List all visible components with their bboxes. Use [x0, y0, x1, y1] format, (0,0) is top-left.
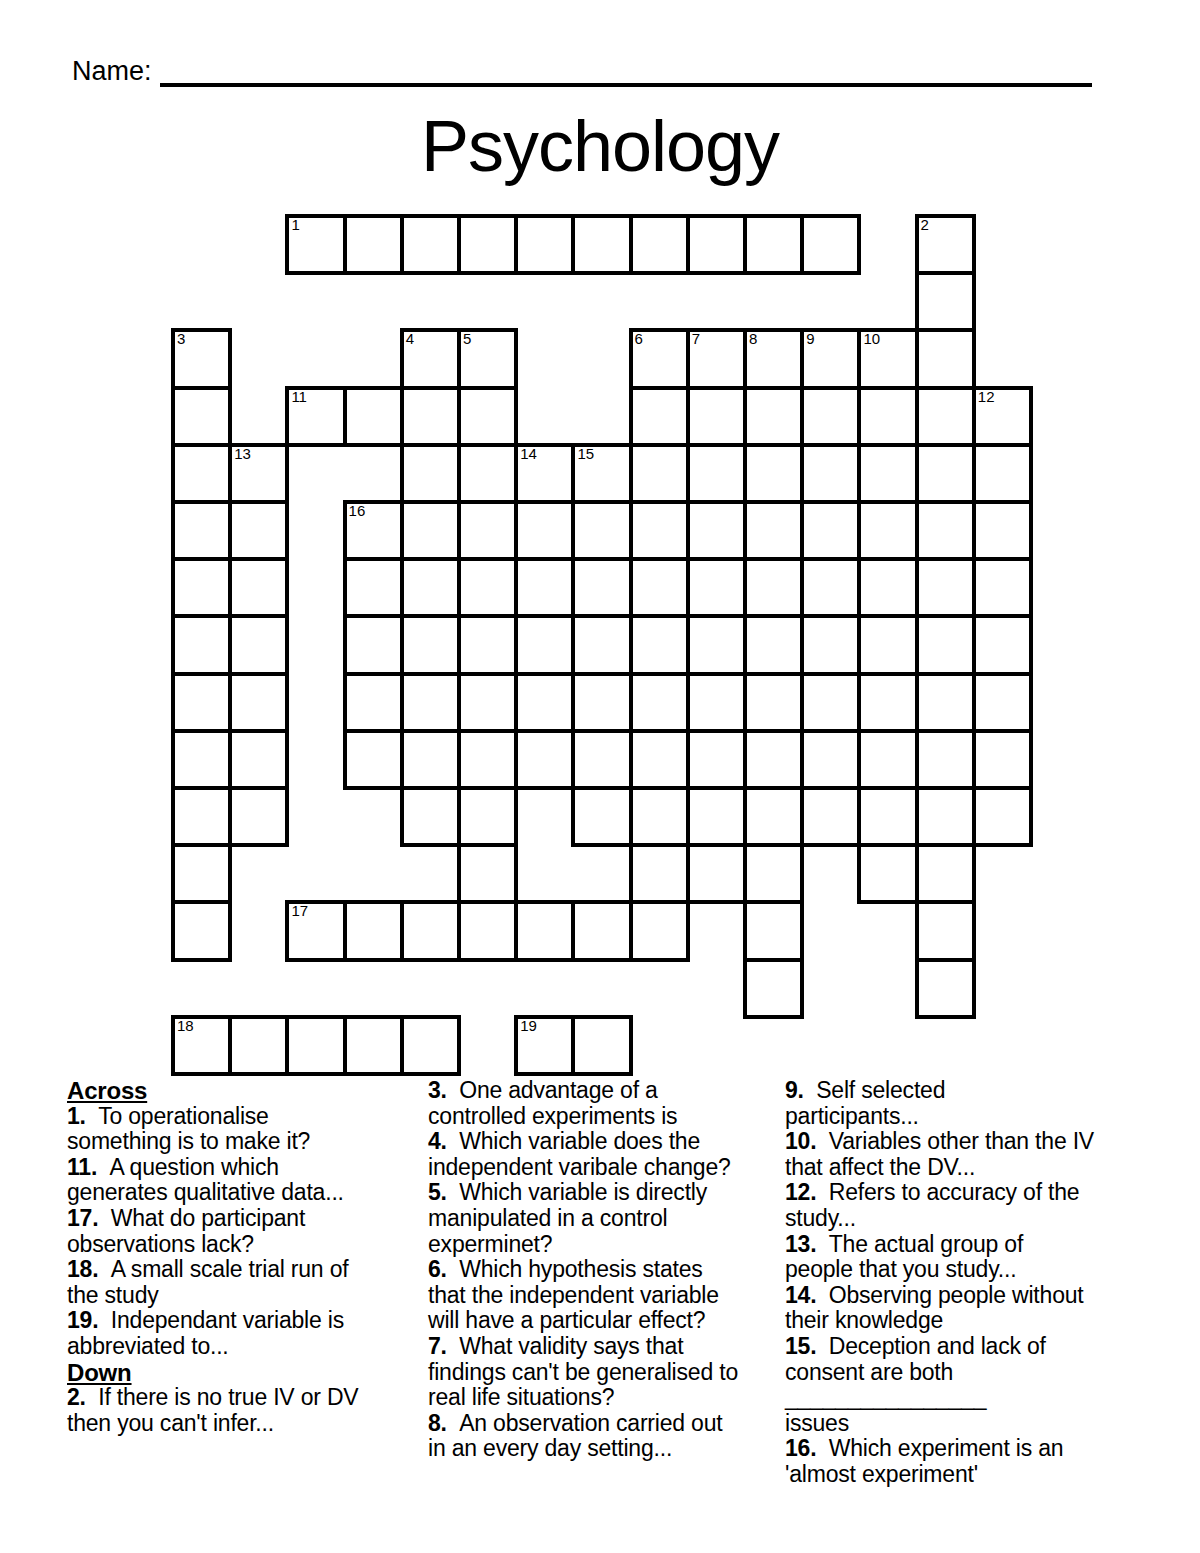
- grid-cell-r4c6[interactable]: 14: [514, 443, 575, 504]
- grid-cell-r2c13[interactable]: [915, 328, 976, 389]
- clue-number-label: 3.: [428, 1077, 447, 1103]
- grid-cell-r5c14[interactable]: [972, 500, 1033, 561]
- clues-heading-across: Across: [67, 1078, 422, 1104]
- grid-cell-r7c14[interactable]: [972, 614, 1033, 675]
- grid-cell-r8c11[interactable]: [800, 672, 861, 733]
- clue-text: What validity says that findings can't b…: [428, 1333, 738, 1410]
- grid-cell-r5c13[interactable]: [915, 500, 976, 561]
- grid-cell-r5c4[interactable]: [400, 500, 461, 561]
- cell-number-14: 14: [520, 445, 537, 463]
- grid-cell-r12c2[interactable]: 17: [285, 900, 346, 961]
- clue-text: A question which generates qualitative d…: [67, 1154, 344, 1206]
- cell-number-7: 7: [692, 330, 700, 348]
- cell-number-17: 17: [291, 902, 308, 920]
- grid-cell-r8c9[interactable]: [686, 672, 747, 733]
- grid-cell-r6c9[interactable]: [686, 557, 747, 618]
- cell-number-4: 4: [406, 330, 414, 348]
- clue-text: A small scale trial run of the study: [67, 1256, 348, 1308]
- grid-cell-r0c5[interactable]: [457, 214, 518, 275]
- clue-text: An observation carried out in an every d…: [428, 1410, 722, 1462]
- grid-cell-r8c14[interactable]: [972, 672, 1033, 733]
- grid-cell-r2c8[interactable]: 6: [629, 328, 690, 389]
- grid-cell-r5c3[interactable]: 16: [343, 500, 404, 561]
- grid-cell-r12c10[interactable]: [743, 900, 804, 961]
- clue-column-1: Across1. To operationalise something is …: [67, 1078, 422, 1436]
- grid-cell-r8c4[interactable]: [400, 672, 461, 733]
- grid-cell-r6c0[interactable]: [171, 557, 232, 618]
- grid-cell-r7c12[interactable]: [857, 614, 918, 675]
- cell-number-5: 5: [463, 330, 471, 348]
- grid-cell-r6c4[interactable]: [400, 557, 461, 618]
- grid-cell-r6c12[interactable]: [857, 557, 918, 618]
- grid-cell-r12c0[interactable]: [171, 900, 232, 961]
- grid-cell-r2c0[interactable]: 3: [171, 328, 232, 389]
- grid-cell-r9c4[interactable]: [400, 729, 461, 790]
- grid-cell-r4c10[interactable]: [743, 443, 804, 504]
- clue-text: One advantage of a controlled experiment…: [428, 1077, 677, 1129]
- grid-cell-r9c0[interactable]: [171, 729, 232, 790]
- worksheet-page: Name: Psychology 12345678910111213141516…: [0, 0, 1200, 1553]
- clue-down-7: 7. What validity says that findings can'…: [428, 1334, 778, 1411]
- grid-cell-r8c7[interactable]: [571, 672, 632, 733]
- clue-down-14: 14. Observing people without their knowl…: [785, 1283, 1160, 1334]
- clue-number-label: 5.: [428, 1179, 447, 1205]
- grid-cell-r6c14[interactable]: [972, 557, 1033, 618]
- grid-cell-r7c4[interactable]: [400, 614, 461, 675]
- grid-cell-r11c12[interactable]: [857, 843, 918, 904]
- clue-number-label: 9.: [785, 1077, 804, 1103]
- grid-cell-r3c12[interactable]: [857, 386, 918, 447]
- clue-across-1: 1. To operationalise something is to mak…: [67, 1104, 422, 1155]
- name-field: Name:: [72, 50, 1092, 87]
- grid-cell-r3c9[interactable]: [686, 386, 747, 447]
- clue-down-15: 15. Deception and lack of consent are bo…: [785, 1334, 1160, 1436]
- grid-cell-r12c7[interactable]: [571, 900, 632, 961]
- grid-cell-r14c7[interactable]: [571, 1015, 632, 1076]
- grid-cell-r3c4[interactable]: [400, 386, 461, 447]
- grid-cell-r5c9[interactable]: [686, 500, 747, 561]
- grid-cell-r4c0[interactable]: [171, 443, 232, 504]
- grid-cell-r4c13[interactable]: [915, 443, 976, 504]
- grid-cell-r3c14[interactable]: 12: [972, 386, 1033, 447]
- clue-text: To operationalise something is to make i…: [67, 1103, 310, 1155]
- grid-cell-r4c4[interactable]: [400, 443, 461, 504]
- grid-cell-r7c1[interactable]: [228, 614, 289, 675]
- grid-cell-r7c6[interactable]: [514, 614, 575, 675]
- clue-text: Refers to accuracy of the study...: [785, 1179, 1079, 1231]
- grid-cell-r8c5[interactable]: [457, 672, 518, 733]
- grid-cell-r0c2[interactable]: 1: [285, 214, 346, 275]
- name-input-line[interactable]: [160, 50, 1092, 87]
- clue-across-11: 11. A question which generates qualitati…: [67, 1155, 422, 1206]
- grid-cell-r9c5[interactable]: [457, 729, 518, 790]
- cell-number-15: 15: [577, 445, 594, 463]
- grid-cell-r11c0[interactable]: [171, 843, 232, 904]
- grid-cell-r10c12[interactable]: [857, 786, 918, 847]
- grid-cell-r4c8[interactable]: [629, 443, 690, 504]
- grid-cell-r0c9[interactable]: [686, 214, 747, 275]
- grid-cell-r9c6[interactable]: [514, 729, 575, 790]
- grid-cell-r10c14[interactable]: [972, 786, 1033, 847]
- clue-text: Independant variable is abbreviated to..…: [67, 1307, 344, 1359]
- grid-cell-r8c13[interactable]: [915, 672, 976, 733]
- grid-cell-r4c14[interactable]: [972, 443, 1033, 504]
- grid-cell-r2c10[interactable]: 8: [743, 328, 804, 389]
- grid-cell-r4c11[interactable]: [800, 443, 861, 504]
- grid-cell-r7c7[interactable]: [571, 614, 632, 675]
- cell-number-1: 1: [291, 216, 299, 234]
- clue-text: Variables other than the IV that affect …: [785, 1128, 1094, 1180]
- grid-cell-r1c13[interactable]: [915, 271, 976, 332]
- clue-text: The actual group of people that you stud…: [785, 1231, 1023, 1283]
- clue-number-label: 14.: [785, 1282, 816, 1308]
- cell-number-12: 12: [978, 388, 995, 406]
- grid-cell-r10c1[interactable]: [228, 786, 289, 847]
- grid-cell-r9c3[interactable]: [343, 729, 404, 790]
- clue-number-label: 10.: [785, 1128, 816, 1154]
- cell-number-2: 2: [921, 216, 929, 234]
- grid-cell-r12c5[interactable]: [457, 900, 518, 961]
- clue-across-19: 19. Independant variable is abbreviated …: [67, 1308, 422, 1359]
- grid-cell-r10c11[interactable]: [800, 786, 861, 847]
- grid-cell-r8c0[interactable]: [171, 672, 232, 733]
- clue-down-4: 4. Which variable does the independent v…: [428, 1129, 778, 1180]
- grid-cell-r8c10[interactable]: [743, 672, 804, 733]
- grid-cell-r6c10[interactable]: [743, 557, 804, 618]
- grid-cell-r5c12[interactable]: [857, 500, 918, 561]
- clue-down-6: 6. Which hypothesis states that the inde…: [428, 1257, 778, 1334]
- clue-text: Observing people without their knowledge: [785, 1282, 1084, 1334]
- clue-number-label: 1.: [67, 1103, 86, 1129]
- clue-down-16: 16. Which experiment is an 'almost exper…: [785, 1436, 1160, 1487]
- clue-number-label: 6.: [428, 1256, 447, 1282]
- cell-number-3: 3: [177, 330, 185, 348]
- grid-cell-r11c9[interactable]: [686, 843, 747, 904]
- grid-cell-r13c10[interactable]: [743, 958, 804, 1019]
- grid-cell-r14c3[interactable]: [343, 1015, 404, 1076]
- clue-down-9: 9. Self selected participants...: [785, 1078, 1160, 1129]
- clue-column-2: 3. One advantage of a controlled experim…: [428, 1078, 778, 1462]
- grid-cell-r3c10[interactable]: [743, 386, 804, 447]
- clue-number-label: 17.: [67, 1205, 98, 1231]
- grid-cell-r0c10[interactable]: [743, 214, 804, 275]
- grid-cell-r7c0[interactable]: [171, 614, 232, 675]
- grid-cell-r6c5[interactable]: [457, 557, 518, 618]
- grid-cell-r10c0[interactable]: [171, 786, 232, 847]
- grid-cell-r8c12[interactable]: [857, 672, 918, 733]
- grid-cell-r4c12[interactable]: [857, 443, 918, 504]
- clue-text: What do participant observations lack?: [67, 1205, 305, 1257]
- grid-cell-r3c8[interactable]: [629, 386, 690, 447]
- grid-cell-r5c1[interactable]: [228, 500, 289, 561]
- clue-number-label: 19.: [67, 1307, 98, 1333]
- grid-cell-r7c11[interactable]: [800, 614, 861, 675]
- grid-cell-r9c12[interactable]: [857, 729, 918, 790]
- grid-cell-r12c6[interactable]: [514, 900, 575, 961]
- clue-across-18: 18. A small scale trial run of the study: [67, 1257, 422, 1308]
- grid-cell-r3c13[interactable]: [915, 386, 976, 447]
- grid-cell-r5c6[interactable]: [514, 500, 575, 561]
- grid-cell-r7c8[interactable]: [629, 614, 690, 675]
- clue-text: Which variable does the independent vari…: [428, 1128, 731, 1180]
- grid-cell-r6c13[interactable]: [915, 557, 976, 618]
- grid-cell-r6c8[interactable]: [629, 557, 690, 618]
- grid-cell-r6c11[interactable]: [800, 557, 861, 618]
- cell-number-8: 8: [749, 330, 757, 348]
- grid-cell-r6c7[interactable]: [571, 557, 632, 618]
- grid-cell-r12c4[interactable]: [400, 900, 461, 961]
- grid-cell-r8c6[interactable]: [514, 672, 575, 733]
- grid-cell-r5c8[interactable]: [629, 500, 690, 561]
- grid-cell-r0c13[interactable]: 2: [915, 214, 976, 275]
- grid-cell-r5c10[interactable]: [743, 500, 804, 561]
- grid-cell-r3c5[interactable]: [457, 386, 518, 447]
- grid-cell-r10c8[interactable]: [629, 786, 690, 847]
- clue-down-8: 8. An observation carried out in an ever…: [428, 1411, 778, 1462]
- cell-number-11: 11: [291, 388, 307, 406]
- grid-cell-r9c1[interactable]: [228, 729, 289, 790]
- clue-down-12: 12. Refers to accuracy of the study...: [785, 1180, 1160, 1231]
- grid-cell-r6c1[interactable]: [228, 557, 289, 618]
- grid-cell-r12c13[interactable]: [915, 900, 976, 961]
- grid-cell-r8c3[interactable]: [343, 672, 404, 733]
- grid-cell-r0c11[interactable]: [800, 214, 861, 275]
- clue-number-label: 7.: [428, 1333, 447, 1359]
- grid-cell-r14c2[interactable]: [285, 1015, 346, 1076]
- grid-cell-r0c7[interactable]: [571, 214, 632, 275]
- grid-cell-r0c3[interactable]: [343, 214, 404, 275]
- grid-cell-r11c13[interactable]: [915, 843, 976, 904]
- grid-cell-r10c4[interactable]: [400, 786, 461, 847]
- clue-across-17: 17. What do participant observations lac…: [67, 1206, 422, 1257]
- grid-cell-r9c9[interactable]: [686, 729, 747, 790]
- grid-cell-r14c1[interactable]: [228, 1015, 289, 1076]
- clue-down-13: 13. The actual group of people that you …: [785, 1232, 1160, 1283]
- grid-cell-r11c10[interactable]: [743, 843, 804, 904]
- grid-cell-r2c4[interactable]: 4: [400, 328, 461, 389]
- grid-cell-r14c4[interactable]: [400, 1015, 461, 1076]
- clue-text: Self selected participants...: [785, 1077, 945, 1129]
- clue-number-label: 15.: [785, 1333, 816, 1359]
- grid-cell-r9c13[interactable]: [915, 729, 976, 790]
- grid-cell-r0c4[interactable]: [400, 214, 461, 275]
- clue-down-5: 5. Which variable is directly manipulate…: [428, 1180, 778, 1257]
- cell-number-13: 13: [234, 445, 251, 463]
- grid-cell-r13c13[interactable]: [915, 958, 976, 1019]
- clue-number-label: 11.: [67, 1154, 97, 1180]
- clue-column-3: 9. Self selected participants...10. Vari…: [785, 1078, 1160, 1488]
- crossword-grid: 12345678910111213141516171819: [171, 214, 1033, 1076]
- grid-cell-r3c0[interactable]: [171, 386, 232, 447]
- clue-text: Deception and lack of consent are both _…: [785, 1333, 1046, 1436]
- grid-cell-r3c11[interactable]: [800, 386, 861, 447]
- grid-cell-r7c13[interactable]: [915, 614, 976, 675]
- clue-number-label: 18.: [67, 1256, 98, 1282]
- grid-cell-r5c0[interactable]: [171, 500, 232, 561]
- clue-text: If there is no true IV or DV then you ca…: [67, 1384, 358, 1436]
- grid-cell-r11c8[interactable]: [629, 843, 690, 904]
- grid-cell-r3c3[interactable]: [343, 386, 404, 447]
- grid-cell-r2c12[interactable]: 10: [857, 328, 918, 389]
- grid-cell-r11c5[interactable]: [457, 843, 518, 904]
- grid-cell-r2c9[interactable]: 7: [686, 328, 747, 389]
- name-label: Name:: [72, 55, 152, 87]
- clue-number-label: 16.: [785, 1435, 816, 1461]
- clue-number-label: 13.: [785, 1231, 816, 1257]
- grid-cell-r2c5[interactable]: 5: [457, 328, 518, 389]
- grid-cell-r10c9[interactable]: [686, 786, 747, 847]
- grid-cell-r5c5[interactable]: [457, 500, 518, 561]
- cell-number-18: 18: [177, 1017, 194, 1035]
- grid-cell-r10c10[interactable]: [743, 786, 804, 847]
- grid-cell-r3c2[interactable]: 11: [285, 386, 346, 447]
- grid-cell-r6c6[interactable]: [514, 557, 575, 618]
- grid-cell-r0c8[interactable]: [629, 214, 690, 275]
- grid-cell-r9c10[interactable]: [743, 729, 804, 790]
- cell-number-16: 16: [349, 502, 366, 520]
- grid-cell-r14c6[interactable]: 19: [514, 1015, 575, 1076]
- clue-number-label: 2.: [67, 1384, 86, 1410]
- cell-number-10: 10: [863, 330, 880, 348]
- grid-cell-r5c11[interactable]: [800, 500, 861, 561]
- clue-text: Which experiment is an 'almost experimen…: [785, 1435, 1063, 1487]
- grid-cell-r9c7[interactable]: [571, 729, 632, 790]
- clue-number-label: 12.: [785, 1179, 816, 1205]
- clue-down-3: 3. One advantage of a controlled experim…: [428, 1078, 778, 1129]
- grid-cell-r7c9[interactable]: [686, 614, 747, 675]
- cell-number-6: 6: [635, 330, 643, 348]
- grid-cell-r5c7[interactable]: [571, 500, 632, 561]
- grid-cell-r12c8[interactable]: [629, 900, 690, 961]
- grid-cell-r9c11[interactable]: [800, 729, 861, 790]
- grid-cell-r7c5[interactable]: [457, 614, 518, 675]
- grid-cell-r8c8[interactable]: [629, 672, 690, 733]
- clue-text: Which variable is directly manipulated i…: [428, 1179, 707, 1256]
- grid-cell-r9c14[interactable]: [972, 729, 1033, 790]
- grid-cell-r4c7[interactable]: 15: [571, 443, 632, 504]
- clue-number-label: 4.: [428, 1128, 447, 1154]
- clue-number-label: 8.: [428, 1410, 447, 1436]
- grid-cell-r4c1[interactable]: 13: [228, 443, 289, 504]
- grid-cell-r6c3[interactable]: [343, 557, 404, 618]
- page-title: Psychology: [0, 98, 1200, 194]
- clue-down-2: 2. If there is no true IV or DV then you…: [67, 1385, 422, 1436]
- cell-number-19: 19: [520, 1017, 537, 1035]
- grid-cell-r8c1[interactable]: [228, 672, 289, 733]
- grid-cell-r10c7[interactable]: [571, 786, 632, 847]
- grid-cell-r14c0[interactable]: 18: [171, 1015, 232, 1076]
- grid-cell-r7c10[interactable]: [743, 614, 804, 675]
- clue-down-10: 10. Variables other than the IV that aff…: [785, 1129, 1160, 1180]
- grid-cell-r7c3[interactable]: [343, 614, 404, 675]
- grid-cell-r0c6[interactable]: [514, 214, 575, 275]
- clue-text: Which hypothesis states that the indepen…: [428, 1256, 719, 1333]
- clues-heading-down: Down: [67, 1360, 422, 1386]
- grid-cell-r4c9[interactable]: [686, 443, 747, 504]
- grid-cell-r4c5[interactable]: [457, 443, 518, 504]
- cell-number-9: 9: [806, 330, 814, 348]
- grid-cell-r10c13[interactable]: [915, 786, 976, 847]
- grid-cell-r12c3[interactable]: [343, 900, 404, 961]
- grid-cell-r9c8[interactable]: [629, 729, 690, 790]
- grid-cell-r10c5[interactable]: [457, 786, 518, 847]
- grid-cell-r2c11[interactable]: 9: [800, 328, 861, 389]
